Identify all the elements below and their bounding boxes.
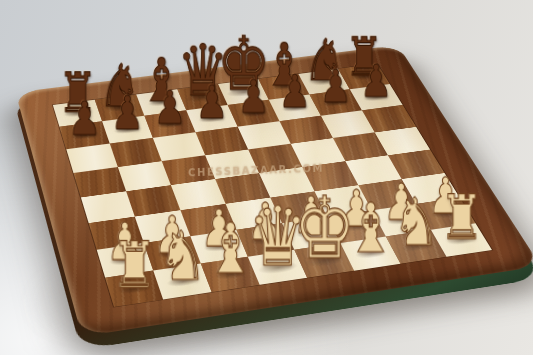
square-a1: ♜ <box>105 270 163 306</box>
square-a6 <box>66 143 117 172</box>
black-pawn-icon: ♟ <box>67 94 100 140</box>
white-rook-icon: ♜ <box>111 232 157 296</box>
white-rook-glyph-holder: ♜ <box>84 232 183 296</box>
chess-board: ♜♞♝♛♚♝♞♜♟♟♟♟♟♟♟♟♟♟♟♟♟♟♟♟♜♞♝♛♚♝♞♜ <box>15 45 533 336</box>
perspective-container: ♜♞♝♛♚♝♞♜♟♟♟♟♟♟♟♟♟♟♟♟♟♟♟♟♜♞♝♛♚♝♞♜ <box>0 0 533 355</box>
black-pawn-glyph-holder: ♟ <box>40 94 127 140</box>
photo-background: ♜♞♝♛♚♝♞♜♟♟♟♟♟♟♟♟♟♟♟♟♟♟♟♟♜♞♝♛♚♝♞♜ CHESSBA… <box>0 0 533 355</box>
square-a7: ♟ <box>59 121 109 149</box>
board-grid: ♜♞♝♛♚♝♞♜♟♟♟♟♟♟♟♟♟♟♟♟♟♟♟♟♜♞♝♛♚♝♞♜ <box>52 63 491 306</box>
